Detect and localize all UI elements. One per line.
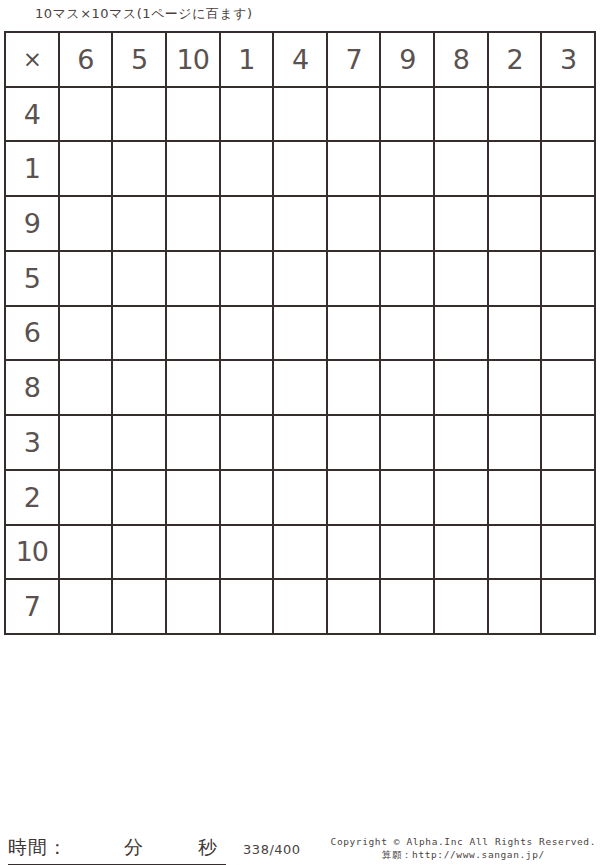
row-header-cell: 7 bbox=[6, 580, 58, 633]
seconds-label: 秒 bbox=[198, 835, 218, 861]
answer-cell[interactable] bbox=[489, 252, 541, 305]
answer-cell[interactable] bbox=[167, 252, 219, 305]
answer-cell[interactable] bbox=[167, 526, 219, 579]
answer-cell[interactable] bbox=[274, 307, 326, 360]
answer-cell[interactable] bbox=[381, 526, 433, 579]
answer-cell[interactable] bbox=[435, 307, 487, 360]
answer-cell[interactable] bbox=[489, 526, 541, 579]
answer-cell[interactable] bbox=[328, 197, 380, 250]
answer-cell[interactable] bbox=[381, 252, 433, 305]
answer-cell[interactable] bbox=[221, 142, 273, 195]
answer-cell[interactable] bbox=[435, 142, 487, 195]
answer-cell[interactable] bbox=[221, 252, 273, 305]
row-header-cell: 1 bbox=[6, 142, 58, 195]
time-underline: 時間： 分 秒 bbox=[8, 835, 226, 865]
answer-cell[interactable] bbox=[60, 416, 112, 469]
answer-cell[interactable] bbox=[221, 471, 273, 524]
answer-cell[interactable] bbox=[489, 580, 541, 633]
answer-cell[interactable] bbox=[381, 361, 433, 414]
answer-cell[interactable] bbox=[328, 361, 380, 414]
answer-cell[interactable] bbox=[328, 88, 380, 141]
answer-cell[interactable] bbox=[542, 361, 594, 414]
answer-cell[interactable] bbox=[435, 580, 487, 633]
answer-cell[interactable] bbox=[60, 197, 112, 250]
answer-cell[interactable] bbox=[489, 361, 541, 414]
answer-cell[interactable] bbox=[113, 252, 165, 305]
copyright-text: Copyright © Alpha.Inc All Rights Reserve… bbox=[331, 836, 596, 849]
row-header-cell: 5 bbox=[6, 252, 58, 305]
answer-cell[interactable] bbox=[489, 197, 541, 250]
time-label: 時間： bbox=[8, 835, 68, 861]
answer-cell[interactable] bbox=[113, 88, 165, 141]
answer-cell[interactable] bbox=[113, 471, 165, 524]
answer-cell[interactable] bbox=[221, 580, 273, 633]
answer-cell[interactable] bbox=[113, 142, 165, 195]
answer-cell[interactable] bbox=[542, 197, 594, 250]
answer-cell[interactable] bbox=[167, 580, 219, 633]
row-header-cell: 10 bbox=[6, 526, 58, 579]
answer-cell[interactable] bbox=[113, 197, 165, 250]
answer-cell[interactable] bbox=[381, 88, 433, 141]
row-header-cell: 8 bbox=[6, 361, 58, 414]
answer-cell[interactable] bbox=[328, 252, 380, 305]
answer-cell[interactable] bbox=[113, 580, 165, 633]
minutes-label: 分 bbox=[124, 835, 144, 861]
answer-cell[interactable] bbox=[221, 361, 273, 414]
credit-link: 算願：http://www.sangan.jp/ bbox=[331, 849, 596, 862]
answer-cell[interactable] bbox=[60, 252, 112, 305]
answer-cell[interactable] bbox=[328, 142, 380, 195]
answer-cell[interactable] bbox=[60, 471, 112, 524]
answer-cell[interactable] bbox=[221, 307, 273, 360]
answer-cell[interactable] bbox=[113, 416, 165, 469]
answer-cell[interactable] bbox=[435, 252, 487, 305]
answer-cell[interactable] bbox=[542, 526, 594, 579]
answer-cell[interactable] bbox=[274, 142, 326, 195]
answer-cell[interactable] bbox=[274, 580, 326, 633]
answer-cell[interactable] bbox=[381, 580, 433, 633]
col-header-cell: 10 bbox=[167, 33, 219, 86]
row-header-cell: 2 bbox=[6, 471, 58, 524]
row-header-cell: 3 bbox=[6, 416, 58, 469]
answer-cell[interactable] bbox=[435, 88, 487, 141]
page-indicator: 338/400 bbox=[243, 842, 301, 857]
answer-cell[interactable] bbox=[274, 252, 326, 305]
answer-cell[interactable] bbox=[542, 142, 594, 195]
answer-cell[interactable] bbox=[167, 307, 219, 360]
answer-cell[interactable] bbox=[221, 88, 273, 141]
answer-cell[interactable] bbox=[274, 361, 326, 414]
answer-cell[interactable] bbox=[542, 580, 594, 633]
row-header-cell: 9 bbox=[6, 197, 58, 250]
col-header-cell: 5 bbox=[113, 33, 165, 86]
answer-cell[interactable] bbox=[328, 580, 380, 633]
operator-cell: × bbox=[6, 33, 58, 86]
minutes-blank[interactable] bbox=[68, 853, 124, 854]
answer-cell[interactable] bbox=[60, 88, 112, 141]
col-header-cell: 3 bbox=[542, 33, 594, 86]
seconds-blank[interactable] bbox=[144, 853, 198, 854]
answer-cell[interactable] bbox=[60, 580, 112, 633]
answer-cell[interactable] bbox=[221, 416, 273, 469]
col-header-cell: 7 bbox=[328, 33, 380, 86]
answer-cell[interactable] bbox=[274, 197, 326, 250]
answer-cell[interactable] bbox=[221, 526, 273, 579]
answer-cell[interactable] bbox=[489, 416, 541, 469]
answer-cell[interactable] bbox=[435, 416, 487, 469]
time-entry-line: 時間： 分 秒 338/400 bbox=[8, 835, 301, 865]
answer-cell[interactable] bbox=[60, 361, 112, 414]
answer-cell[interactable] bbox=[489, 471, 541, 524]
answer-cell[interactable] bbox=[113, 307, 165, 360]
answer-cell[interactable] bbox=[542, 471, 594, 524]
answer-cell[interactable] bbox=[167, 142, 219, 195]
answer-cell[interactable] bbox=[274, 526, 326, 579]
answer-cell[interactable] bbox=[542, 88, 594, 141]
answer-cell[interactable] bbox=[435, 197, 487, 250]
answer-cell[interactable] bbox=[167, 197, 219, 250]
answer-cell[interactable] bbox=[113, 526, 165, 579]
col-header-cell: 1 bbox=[221, 33, 273, 86]
answer-cell[interactable] bbox=[167, 471, 219, 524]
row-header-cell: 6 bbox=[6, 307, 58, 360]
answer-cell[interactable] bbox=[381, 142, 433, 195]
answer-cell[interactable] bbox=[167, 416, 219, 469]
col-header-cell: 2 bbox=[489, 33, 541, 86]
answer-cell[interactable] bbox=[167, 88, 219, 141]
col-header-cell: 8 bbox=[435, 33, 487, 86]
col-header-cell: 6 bbox=[60, 33, 112, 86]
col-header-cell: 4 bbox=[274, 33, 326, 86]
answer-cell[interactable] bbox=[542, 252, 594, 305]
answer-cell[interactable] bbox=[435, 471, 487, 524]
answer-cell[interactable] bbox=[381, 471, 433, 524]
worksheet-page: 10マス×10マス(1ページに百ます) ×6510147982341956832… bbox=[0, 0, 600, 865]
answer-cell[interactable] bbox=[274, 88, 326, 141]
answer-cell[interactable] bbox=[489, 88, 541, 141]
answer-cell[interactable] bbox=[435, 361, 487, 414]
answer-cell[interactable] bbox=[381, 416, 433, 469]
answer-cell[interactable] bbox=[542, 416, 594, 469]
answer-cell[interactable] bbox=[328, 526, 380, 579]
col-header-cell: 9 bbox=[381, 33, 433, 86]
answer-cell[interactable] bbox=[328, 471, 380, 524]
answer-cell[interactable] bbox=[489, 307, 541, 360]
answer-cell[interactable] bbox=[60, 526, 112, 579]
answer-cell[interactable] bbox=[274, 471, 326, 524]
answer-cell[interactable] bbox=[221, 197, 273, 250]
multiplication-grid: ×6510147982341956832107 bbox=[4, 31, 596, 635]
worksheet-title: 10マス×10マス(1ページに百ます) bbox=[35, 5, 253, 23]
answer-cell[interactable] bbox=[435, 526, 487, 579]
answer-cell[interactable] bbox=[274, 416, 326, 469]
answer-cell[interactable] bbox=[113, 361, 165, 414]
answer-cell[interactable] bbox=[489, 142, 541, 195]
answer-cell[interactable] bbox=[60, 307, 112, 360]
answer-cell[interactable] bbox=[167, 361, 219, 414]
answer-cell[interactable] bbox=[542, 307, 594, 360]
row-header-cell: 4 bbox=[6, 88, 58, 141]
answer-cell[interactable] bbox=[328, 416, 380, 469]
answer-cell[interactable] bbox=[381, 307, 433, 360]
answer-cell[interactable] bbox=[328, 307, 380, 360]
copyright-block: Copyright © Alpha.Inc All Rights Reserve… bbox=[331, 836, 596, 862]
answer-cell[interactable] bbox=[60, 142, 112, 195]
answer-cell[interactable] bbox=[381, 197, 433, 250]
